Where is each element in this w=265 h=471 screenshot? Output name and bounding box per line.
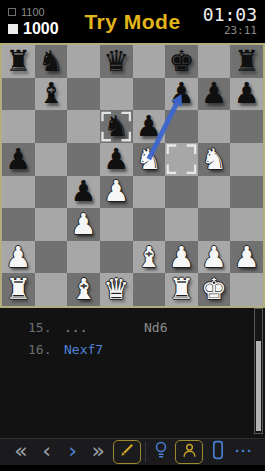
clocks: 01:03 23:11 [203, 6, 257, 36]
piece-black-rook: ♜ [5, 47, 31, 76]
move-number: 15. [28, 320, 64, 335]
piece-black-knight: ♞ [38, 47, 64, 76]
square-b1[interactable] [35, 273, 68, 306]
piece-black-queen: ♛ [103, 47, 129, 76]
square-f1[interactable]: ♜ [165, 273, 198, 306]
skip-to-end-button[interactable]: » [87, 439, 109, 466]
square-h3[interactable] [230, 208, 263, 241]
square-b6[interactable] [35, 110, 68, 143]
square-g4[interactable] [198, 176, 231, 209]
white-rating: 1000 [23, 20, 59, 38]
piece-white-pawn: ♟ [234, 243, 260, 272]
black-move[interactable]: Nd6 [144, 320, 167, 335]
bottom-toolbar: « ‹ › » [0, 438, 265, 465]
piece-white-pawn: ♟ [201, 243, 227, 272]
person-icon [181, 442, 198, 463]
square-e1[interactable] [133, 273, 166, 306]
clock-primary: 01:03 [203, 6, 257, 25]
chess-board[interactable]: ♜♞♛♚♜♝♟♟♟♞♟♟♟♞♞♟♟♟♟♝♟♟♟♜♝♛♜♚ [0, 43, 265, 308]
piece-white-knight: ♞ [136, 145, 162, 174]
toolbar-divider [145, 442, 146, 462]
piece-white-rook: ♜ [168, 275, 194, 304]
square-f5[interactable] [165, 143, 198, 176]
piece-black-pawn: ♟ [168, 79, 194, 108]
white-player-icon [8, 24, 18, 34]
piece-black-pawn: ♟ [5, 145, 31, 174]
back-button[interactable]: ‹ [36, 439, 58, 466]
piece-white-pawn: ♟ [5, 243, 31, 272]
black-player-icon [8, 8, 16, 16]
square-d8[interactable]: ♛ [100, 45, 133, 78]
piece-white-knight: ♞ [201, 145, 227, 174]
square-c4[interactable]: ♟ [67, 176, 100, 209]
piece-white-pawn: ♟ [71, 210, 97, 239]
square-c1[interactable]: ♝ [67, 273, 100, 306]
square-b2[interactable] [35, 241, 68, 274]
piece-black-bishop: ♝ [38, 79, 64, 108]
square-c3[interactable]: ♟ [67, 208, 100, 241]
square-c5[interactable] [67, 143, 100, 176]
piece-black-pawn: ♟ [234, 79, 260, 108]
square-b4[interactable] [35, 176, 68, 209]
piece-white-pawn: ♟ [168, 243, 194, 272]
player-ratings: 1100 1000 [8, 6, 59, 38]
square-a8[interactable]: ♜ [2, 45, 35, 78]
chess-app-screen: 1100 1000 Try Mode 01:03 23:11 ♜♞♛♚♜♝♟♟♟… [0, 0, 265, 471]
device-button[interactable] [207, 440, 229, 464]
piece-white-rook: ♜ [5, 275, 31, 304]
pencil-icon [118, 441, 136, 463]
square-e5[interactable]: ♞ [133, 143, 166, 176]
square-b3[interactable] [35, 208, 68, 241]
piece-black-rook: ♜ [234, 47, 260, 76]
square-h8[interactable]: ♜ [230, 45, 263, 78]
square-g3[interactable] [198, 208, 231, 241]
square-e4[interactable] [133, 176, 166, 209]
square-e7[interactable] [133, 78, 166, 111]
square-d6[interactable]: ♞ [100, 110, 133, 143]
piece-black-pawn: ♟ [103, 145, 129, 174]
lightbulb-icon [152, 440, 170, 464]
square-h5[interactable] [230, 143, 263, 176]
piece-black-knight: ♞ [103, 112, 129, 141]
square-c7[interactable] [67, 78, 100, 111]
square-g1[interactable]: ♚ [198, 273, 231, 306]
top-bar: 1100 1000 Try Mode 01:03 23:11 [0, 0, 265, 43]
more-options-button[interactable]: ··· [233, 438, 255, 466]
square-b7[interactable]: ♝ [35, 78, 68, 111]
square-a1[interactable]: ♜ [2, 273, 35, 306]
square-d1[interactable]: ♛ [100, 273, 133, 306]
piece-black-pawn: ♟ [201, 79, 227, 108]
move-row: 16. Nexf7 [0, 338, 265, 360]
square-g8[interactable] [198, 45, 231, 78]
move-row: 15. ... Nd6 [0, 316, 265, 338]
move-list-scrollbar[interactable] [254, 308, 263, 434]
white-move-current[interactable]: Nexf7 [64, 342, 144, 357]
square-h6[interactable] [230, 110, 263, 143]
square-f3[interactable] [165, 208, 198, 241]
square-h4[interactable] [230, 176, 263, 209]
square-g7[interactable]: ♟ [198, 78, 231, 111]
square-f6[interactable] [165, 110, 198, 143]
square-a5[interactable]: ♟ [2, 143, 35, 176]
square-h7[interactable]: ♟ [230, 78, 263, 111]
piece-black-pawn: ♟ [136, 112, 162, 141]
piece-black-pawn: ♟ [71, 177, 97, 206]
phone-icon [212, 440, 224, 464]
square-e2[interactable]: ♝ [133, 241, 166, 274]
move-number: 16. [28, 342, 64, 357]
home-indicator-area [0, 465, 265, 471]
square-a4[interactable] [2, 176, 35, 209]
white-player-row: 1000 [8, 20, 59, 38]
white-move[interactable]: ... [64, 320, 144, 335]
piece-white-queen: ♛ [103, 275, 129, 304]
piece-white-king: ♚ [201, 275, 227, 304]
square-e8[interactable] [133, 45, 166, 78]
square-b8[interactable]: ♞ [35, 45, 68, 78]
square-e6[interactable]: ♟ [133, 110, 166, 143]
square-f7[interactable]: ♟ [165, 78, 198, 111]
square-f2[interactable]: ♟ [165, 241, 198, 274]
square-d3[interactable] [100, 208, 133, 241]
square-a6[interactable] [2, 110, 35, 143]
piece-black-king: ♚ [168, 47, 194, 76]
player-view-button[interactable] [175, 440, 203, 464]
edit-try-button[interactable] [113, 440, 141, 464]
piece-white-pawn: ♟ [103, 177, 129, 206]
move-list[interactable]: 15. ... Nd6 16. Nexf7 [0, 308, 265, 438]
square-c2[interactable] [67, 241, 100, 274]
square-f8[interactable]: ♚ [165, 45, 198, 78]
square-c6[interactable] [67, 110, 100, 143]
hint-button[interactable] [150, 440, 172, 464]
square-h2[interactable]: ♟ [230, 241, 263, 274]
piece-white-bishop: ♝ [136, 243, 162, 272]
board-grid: ♜♞♛♚♜♝♟♟♟♞♟♟♟♞♞♟♟♟♟♝♟♟♟♜♝♛♜♚ [2, 45, 263, 306]
black-player-row: 1100 [8, 6, 59, 18]
square-b5[interactable] [35, 143, 68, 176]
square-d2[interactable] [100, 241, 133, 274]
square-h1[interactable] [230, 273, 263, 306]
square-g2[interactable]: ♟ [198, 241, 231, 274]
square-f4[interactable] [165, 176, 198, 209]
skip-to-start-button[interactable]: « [10, 439, 32, 466]
square-d4[interactable]: ♟ [100, 176, 133, 209]
piece-white-bishop: ♝ [71, 275, 97, 304]
clock-secondary: 23:11 [203, 25, 257, 37]
square-g6[interactable] [198, 110, 231, 143]
square-d7[interactable] [100, 78, 133, 111]
square-d5[interactable]: ♟ [100, 143, 133, 176]
square-c8[interactable] [67, 45, 100, 78]
square-a7[interactable] [2, 78, 35, 111]
forward-button[interactable]: › [62, 439, 84, 466]
square-a3[interactable] [2, 208, 35, 241]
black-rating: 1100 [21, 6, 45, 18]
square-e3[interactable] [133, 208, 166, 241]
square-g5[interactable]: ♞ [198, 143, 231, 176]
scrollbar-thumb[interactable] [256, 341, 261, 430]
square-a2[interactable]: ♟ [2, 241, 35, 274]
